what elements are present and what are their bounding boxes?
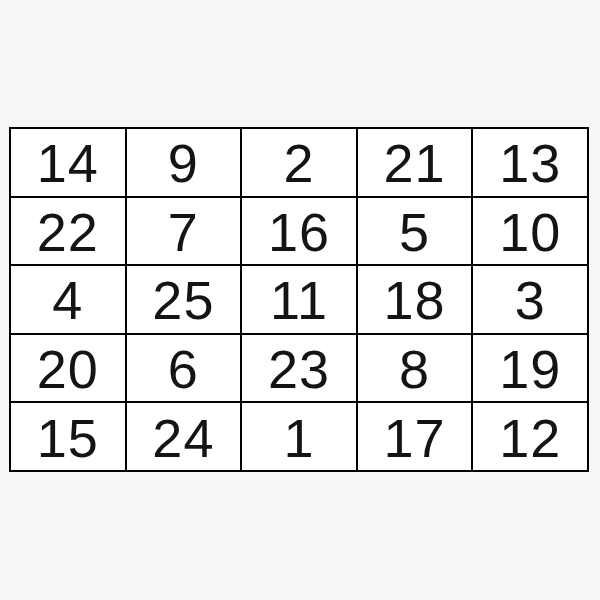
grid-cell[interactable]: 17	[358, 403, 472, 470]
cell-number: 22	[37, 205, 99, 259]
grid-cell[interactable]: 13	[473, 129, 587, 196]
grid-cell[interactable]: 4	[11, 266, 125, 333]
grid-cell[interactable]: 11	[242, 266, 356, 333]
cell-number: 19	[499, 342, 561, 396]
grid-cell[interactable]: 2	[242, 129, 356, 196]
cell-number: 20	[37, 342, 99, 396]
grid-cell[interactable]: 3	[473, 266, 587, 333]
grid-cell[interactable]: 1	[242, 403, 356, 470]
cell-number: 23	[268, 342, 330, 396]
grid-cell[interactable]: 25	[127, 266, 241, 333]
cell-number: 8	[399, 342, 430, 396]
number-grid: 1492211322716510425111832062381915241171…	[9, 127, 589, 472]
grid-cell[interactable]: 16	[242, 198, 356, 265]
cell-number: 11	[270, 273, 328, 327]
grid-cell[interactable]: 24	[127, 403, 241, 470]
grid-cell[interactable]: 18	[358, 266, 472, 333]
grid-cell[interactable]: 14	[11, 129, 125, 196]
cell-number: 1	[283, 411, 314, 465]
grid-cell[interactable]: 12	[473, 403, 587, 470]
cell-number: 25	[152, 273, 214, 327]
grid-cell[interactable]: 9	[127, 129, 241, 196]
grid-cell[interactable]: 15	[11, 403, 125, 470]
cell-number: 17	[384, 411, 446, 465]
grid-cell[interactable]: 23	[242, 335, 356, 402]
grid-cell[interactable]: 20	[11, 335, 125, 402]
cell-number: 18	[384, 273, 446, 327]
grid-cell[interactable]: 8	[358, 335, 472, 402]
cell-number: 5	[399, 205, 430, 259]
grid-cell[interactable]: 10	[473, 198, 587, 265]
cell-number: 16	[268, 205, 330, 259]
grid-cell[interactable]: 7	[127, 198, 241, 265]
cell-number: 12	[499, 411, 561, 465]
grid-cell[interactable]: 21	[358, 129, 472, 196]
cell-number: 13	[499, 136, 561, 190]
cell-number: 24	[152, 411, 214, 465]
cell-number: 6	[168, 342, 199, 396]
cell-number: 7	[168, 205, 199, 259]
grid-cell[interactable]: 22	[11, 198, 125, 265]
cell-number: 10	[499, 205, 561, 259]
cell-number: 15	[37, 411, 99, 465]
cell-number: 3	[515, 273, 546, 327]
cell-number: 4	[52, 273, 83, 327]
grid-cell[interactable]: 19	[473, 335, 587, 402]
cell-number: 2	[283, 136, 314, 190]
cell-number: 21	[384, 136, 446, 190]
grid-cell[interactable]: 5	[358, 198, 472, 265]
cell-number: 9	[168, 136, 199, 190]
cell-number: 14	[37, 136, 99, 190]
grid-cell[interactable]: 6	[127, 335, 241, 402]
